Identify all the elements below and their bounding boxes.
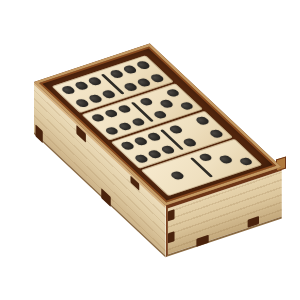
pip [130,117,146,127]
pip [208,129,224,139]
pip [179,101,195,111]
finger-joint-notch [35,124,42,143]
finger-joint-notch [101,188,111,207]
pip [149,73,165,83]
product-photo [0,0,300,300]
pip [238,157,254,167]
finger-joint-notch [196,235,208,247]
pip [160,145,176,155]
pip [101,89,117,99]
finger-joint-notch [168,209,175,221]
finger-joint-notch [168,231,175,243]
finger-joint-notch [248,216,259,228]
